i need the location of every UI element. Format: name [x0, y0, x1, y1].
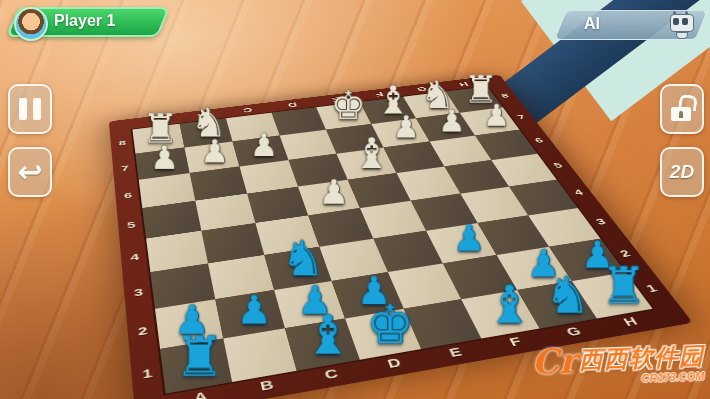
- white-rook-h1[interactable]: ♜: [600, 260, 645, 311]
- square-e4[interactable]: [360, 201, 426, 239]
- black-pawn-h7[interactable]: ♟: [483, 101, 510, 131]
- white-king-d1[interactable]: ♚: [366, 298, 414, 351]
- rank-label-left-8: 8: [113, 137, 132, 148]
- player-badge: Player 1: [6, 7, 158, 37]
- square-a6[interactable]: [139, 173, 195, 208]
- square-e1[interactable]: [404, 299, 481, 349]
- square-f1[interactable]: ♝: [461, 290, 540, 339]
- rank-label-left-4: 4: [124, 249, 146, 264]
- square-d1[interactable]: ♚: [345, 309, 421, 360]
- black-pawn-a7[interactable]: ♟: [150, 142, 179, 174]
- black-pawn-c7[interactable]: ♟: [249, 130, 277, 161]
- board-scene: ♜♞♚♝♞♜♟♟♟♟♟♟♝♟♞♟♟♟♟♟♟♟♜♝♚♝♞♜ AABBCCDDEEF…: [110, 0, 610, 399]
- file-label-near-g: G: [559, 322, 589, 340]
- player-avatar: [14, 7, 48, 41]
- unlock-button[interactable]: [660, 84, 704, 134]
- white-knight-g1[interactable]: ♞: [544, 269, 590, 320]
- file-label-near-b: B: [253, 375, 281, 396]
- player-name: Player 1: [54, 12, 115, 30]
- square-c6[interactable]: [240, 160, 298, 194]
- rank-label-right-4: 4: [566, 186, 591, 199]
- black-pawn-f7[interactable]: ♟: [392, 112, 419, 142]
- square-a4[interactable]: [146, 231, 208, 272]
- watermark-logo: Cr: [531, 345, 577, 377]
- square-a1[interactable]: ♜: [160, 338, 232, 393]
- black-pawn-b7[interactable]: ♟: [200, 136, 228, 168]
- rank-label-right-7: 7: [510, 112, 532, 122]
- rank-label-left-7: 7: [115, 162, 134, 174]
- square-b1[interactable]: [223, 328, 296, 382]
- white-pawn-b2[interactable]: ♟: [236, 291, 271, 330]
- white-bishop-f1[interactable]: ♝: [486, 279, 532, 331]
- 2d-label: 2D: [670, 161, 694, 183]
- white-pawn-f3[interactable]: ♟: [452, 221, 484, 257]
- pause-icon: [19, 98, 41, 120]
- white-rook-a1[interactable]: ♜: [174, 329, 223, 384]
- undo-button[interactable]: ↩: [8, 147, 52, 197]
- rank-label-left-3: 3: [127, 284, 150, 301]
- file-label-near-f: F: [500, 332, 530, 351]
- watermark: Cr 西西软件园 CR173.COM: [531, 340, 704, 388]
- pause-button[interactable]: [8, 84, 52, 134]
- undo-arrow-icon: ↩: [17, 157, 42, 187]
- file-label-near-c: C: [317, 364, 345, 384]
- file-label-near-e: E: [441, 343, 470, 362]
- white-knight-c3[interactable]: ♞: [280, 234, 324, 283]
- square-b7[interactable]: ♟: [184, 141, 239, 173]
- file-label-near-d: D: [380, 353, 409, 373]
- square-c1[interactable]: ♝: [285, 318, 360, 370]
- rank-label-left-6: 6: [118, 189, 138, 202]
- rank-label-left-5: 5: [121, 218, 142, 232]
- white-bishop-c1[interactable]: ♝: [303, 308, 351, 362]
- black-king-e8[interactable]: ♚: [330, 86, 365, 125]
- rank-label-left-2: 2: [131, 322, 155, 340]
- ai-badge: AI: [560, 10, 702, 40]
- 2d-view-button[interactable]: 2D: [660, 147, 704, 197]
- rank-label-left-1: 1: [135, 363, 161, 383]
- file-label-near-h: H: [615, 313, 646, 331]
- black-pawn-g7[interactable]: ♟: [438, 107, 465, 137]
- rank-label-right-6: 6: [527, 135, 550, 146]
- black-bishop-e6[interactable]: ♝: [352, 132, 390, 174]
- square-c7[interactable]: ♟: [232, 135, 288, 166]
- robot-icon: [668, 11, 694, 39]
- ai-name: AI: [584, 15, 600, 33]
- black-pawn-d5[interactable]: ♟: [318, 176, 348, 210]
- unlock-icon: [671, 97, 693, 121]
